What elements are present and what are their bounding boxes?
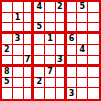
given-digit: 7 (25, 56, 31, 64)
cell-r6c2[interactable] (13, 56, 24, 67)
cell-r7c3[interactable] (24, 67, 35, 78)
cell-r7c4[interactable] (34, 67, 45, 78)
cell-r9c3[interactable] (24, 88, 35, 99)
cell-r9c7[interactable]: 3 (67, 88, 78, 99)
given-digit: 5 (80, 3, 86, 11)
given-digit: 3 (15, 35, 21, 43)
given-digit: 6 (69, 35, 75, 43)
cell-r4c4[interactable] (34, 34, 45, 45)
cell-r8c8[interactable] (77, 78, 88, 89)
cell-r3c4[interactable]: 5 (34, 23, 45, 34)
cell-r6c9[interactable] (88, 56, 99, 67)
given-digit: 1 (47, 35, 53, 43)
cell-r1c7[interactable] (67, 2, 78, 13)
cell-r1c2[interactable] (13, 2, 24, 13)
cell-r9c4[interactable] (34, 88, 45, 99)
cell-r2c5[interactable] (45, 13, 56, 24)
cell-r2c3[interactable] (24, 13, 35, 24)
cell-r3c2[interactable] (13, 23, 24, 34)
cell-r7c9[interactable] (88, 67, 99, 78)
cell-r7c7[interactable] (67, 67, 78, 78)
cell-r6c3[interactable]: 7 (24, 56, 35, 67)
cell-r6c6[interactable]: 3 (56, 56, 67, 67)
cell-r9c5[interactable] (45, 88, 56, 99)
cell-r2c2[interactable]: 1 (13, 13, 24, 24)
given-digit: 4 (36, 3, 42, 11)
cell-r6c1[interactable] (2, 56, 13, 67)
cell-r6c5[interactable] (45, 56, 56, 67)
cell-r7c2[interactable] (13, 67, 24, 78)
cell-r9c6[interactable] (56, 88, 67, 99)
cell-r9c2[interactable] (13, 88, 24, 99)
cell-r8c3[interactable] (24, 78, 35, 89)
cell-r2c9[interactable] (88, 13, 99, 24)
cell-r3c3[interactable] (24, 23, 35, 34)
cell-r9c9[interactable] (88, 88, 99, 99)
cell-r4c9[interactable] (88, 34, 99, 45)
cell-r5c2[interactable] (13, 45, 24, 56)
cell-r4c8[interactable] (77, 34, 88, 45)
cell-r5c7[interactable] (67, 45, 78, 56)
cell-r6c4[interactable] (34, 56, 45, 67)
cell-r8c1[interactable]: 5 (2, 78, 13, 89)
cell-r5c5[interactable] (45, 45, 56, 56)
cell-r8c7[interactable] (67, 78, 78, 89)
given-digit: 5 (4, 78, 10, 86)
cell-r2c8[interactable] (77, 13, 88, 24)
cell-r3c6[interactable] (56, 23, 67, 34)
cell-r3c9[interactable] (88, 23, 99, 34)
cell-r9c8[interactable] (77, 88, 88, 99)
cell-r4c1[interactable] (2, 34, 13, 45)
cell-r1c1[interactable] (2, 2, 13, 13)
cell-r4c7[interactable]: 6 (67, 34, 78, 45)
cell-r1c8[interactable]: 5 (77, 2, 88, 13)
cell-r7c8[interactable] (77, 67, 88, 78)
cell-r5c9[interactable] (88, 45, 99, 56)
cell-r8c9[interactable] (88, 78, 99, 89)
given-digit: 1 (15, 14, 21, 22)
cell-r7c1[interactable]: 8 (2, 67, 13, 78)
given-digit: 3 (57, 56, 63, 64)
cell-r2c1[interactable] (2, 13, 13, 24)
cell-r5c1[interactable]: 2 (2, 45, 13, 56)
cell-r1c3[interactable] (24, 2, 35, 13)
cell-r8c5[interactable] (45, 78, 56, 89)
given-digit: 2 (57, 3, 63, 11)
given-digit: 5 (36, 23, 42, 31)
cell-r7c6[interactable] (56, 67, 67, 78)
given-digit: 7 (47, 68, 53, 76)
cell-r4c5[interactable]: 1 (45, 34, 56, 45)
cell-r8c2[interactable] (13, 78, 24, 89)
cell-r1c5[interactable] (45, 2, 56, 13)
cell-r2c7[interactable] (67, 13, 78, 24)
cell-r3c1[interactable] (2, 23, 13, 34)
cell-r3c5[interactable] (45, 23, 56, 34)
cell-r3c8[interactable] (77, 23, 88, 34)
given-digit: 2 (4, 46, 10, 54)
cell-r4c3[interactable] (24, 34, 35, 45)
cell-r4c6[interactable] (56, 34, 67, 45)
cell-r6c8[interactable] (77, 56, 88, 67)
given-digit: 4 (80, 46, 86, 54)
cell-r9c1[interactable] (2, 88, 13, 99)
cell-r7c5[interactable]: 7 (45, 67, 56, 78)
given-digit: 2 (36, 78, 42, 86)
cell-r8c4[interactable]: 2 (34, 78, 45, 89)
cell-r1c4[interactable]: 4 (34, 2, 45, 13)
cell-r5c4[interactable] (34, 45, 45, 56)
cell-r1c9[interactable] (88, 2, 99, 13)
cell-r6c7[interactable] (67, 56, 78, 67)
cell-r5c8[interactable]: 4 (77, 45, 88, 56)
given-digit: 8 (4, 68, 10, 76)
cell-r2c6[interactable] (56, 13, 67, 24)
sudoku-board: 42515316247387523 (0, 0, 101, 101)
cell-r4c2[interactable]: 3 (13, 34, 24, 45)
cell-r3c7[interactable] (67, 23, 78, 34)
cell-r1c6[interactable]: 2 (56, 2, 67, 13)
given-digit: 3 (69, 90, 75, 98)
cell-r8c6[interactable] (56, 78, 67, 89)
